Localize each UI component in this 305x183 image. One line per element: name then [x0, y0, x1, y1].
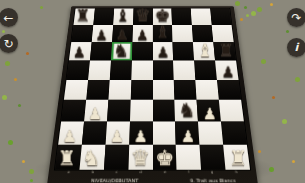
leaves-decor — [0, 0, 3, 3]
square-g4[interactable] — [196, 80, 219, 100]
square-g1[interactable] — [200, 145, 226, 170]
back-button[interactable]: ← — [0, 8, 18, 27]
square-a4[interactable] — [64, 80, 88, 100]
info-button[interactable]: i — [287, 38, 305, 57]
square-b7[interactable]: ♟ — [92, 25, 113, 42]
white-pawn-g3[interactable]: ♟ — [203, 106, 217, 121]
black-king-e8[interactable]: ♚ — [155, 8, 171, 25]
square-a2[interactable]: ♟ — [58, 122, 84, 145]
black-pawn-h5[interactable]: ♟ — [221, 65, 234, 79]
square-h4[interactable] — [217, 80, 241, 100]
file-label-h: h — [235, 170, 238, 174]
square-e2[interactable] — [153, 122, 177, 145]
square-c3[interactable] — [107, 100, 131, 122]
file-label-d: d — [139, 170, 142, 174]
black-pawn-e6[interactable]: ♟ — [157, 46, 170, 60]
square-b3[interactable]: ♟ — [84, 100, 108, 122]
black-rook-h6[interactable]: ♜ — [218, 43, 234, 60]
square-c6[interactable]: ♞ — [111, 42, 132, 60]
chess-board-frame: ♜♝♛♚♟♟♟♝♟♞♟♝♜♟♟♞♟♟♟♟♟♜♞♛♚♜ abcdefgh NIVE… — [47, 6, 258, 183]
black-pawn-b7[interactable]: ♟ — [96, 28, 108, 41]
board-front-edge: abcdefgh NIVEAU/DEBUTANT 9. Trait aux Bl… — [53, 170, 252, 183]
square-e4[interactable] — [153, 80, 175, 100]
file-label-e: e — [164, 170, 166, 174]
white-bishop-g6[interactable]: ♝ — [197, 43, 213, 60]
file-label-f: f — [188, 170, 190, 174]
square-b5[interactable] — [88, 60, 111, 79]
info-icon: i — [295, 41, 299, 54]
square-g6[interactable]: ♝ — [193, 42, 215, 60]
square-a5[interactable] — [66, 60, 89, 79]
black-queen-d8[interactable]: ♛ — [135, 8, 151, 25]
file-label-g: g — [211, 170, 214, 174]
black-pawn-c7[interactable]: ♟ — [116, 28, 128, 41]
black-bishop-c8[interactable]: ♝ — [115, 8, 130, 24]
redo-arrow-icon: ↷ — [291, 11, 301, 25]
file-label-b: b — [91, 170, 94, 174]
file-label-c: c — [116, 170, 118, 174]
square-c7[interactable]: ♟ — [112, 25, 133, 42]
white-knight-b1[interactable]: ♞ — [82, 149, 100, 169]
file-label-a: a — [67, 170, 70, 174]
white-rook-h1[interactable]: ♜ — [229, 149, 247, 169]
square-h5[interactable]: ♟ — [215, 60, 238, 79]
square-f7[interactable] — [172, 25, 193, 42]
black-knight-c6[interactable]: ♞ — [113, 43, 129, 60]
white-pawn-b3[interactable]: ♟ — [88, 106, 102, 121]
white-rook-a1[interactable]: ♜ — [58, 149, 76, 169]
square-h7[interactable] — [212, 25, 234, 42]
square-e3[interactable] — [153, 100, 176, 122]
square-d6[interactable] — [132, 42, 153, 60]
square-f8[interactable] — [172, 9, 192, 25]
square-h8[interactable] — [210, 9, 231, 25]
square-c5[interactable] — [109, 60, 131, 79]
white-pawn-a2[interactable]: ♟ — [63, 129, 77, 144]
square-h3[interactable] — [219, 100, 244, 122]
redo-button[interactable]: ↷ — [287, 8, 305, 27]
square-f5[interactable] — [173, 60, 195, 79]
square-g2[interactable] — [198, 122, 223, 145]
square-f3[interactable]: ♞ — [175, 100, 199, 122]
square-c1[interactable] — [104, 145, 129, 170]
white-king-e1[interactable]: ♚ — [155, 148, 174, 168]
square-a7[interactable] — [71, 25, 93, 42]
white-pawn-f2[interactable]: ♟ — [181, 129, 195, 144]
square-e6[interactable]: ♟ — [153, 42, 174, 60]
rotate-icon: ↻ — [3, 37, 13, 51]
square-f2[interactable]: ♟ — [175, 122, 199, 145]
square-a8[interactable]: ♜ — [73, 9, 94, 25]
square-a6[interactable]: ♟ — [69, 42, 92, 60]
square-h1[interactable]: ♜ — [223, 145, 250, 170]
square-d8[interactable]: ♛ — [133, 9, 153, 25]
move-status: 9. Trait aux Blancs — [190, 178, 236, 183]
square-g5[interactable] — [194, 60, 217, 79]
square-g7[interactable] — [192, 25, 213, 42]
square-e1[interactable]: ♚ — [153, 145, 177, 170]
square-f6[interactable] — [173, 42, 194, 60]
square-h6[interactable]: ♜ — [213, 42, 236, 60]
square-c2[interactable]: ♟ — [105, 122, 129, 145]
square-e5[interactable] — [153, 60, 175, 79]
square-f4[interactable] — [174, 80, 197, 100]
chess-app-screen: ♜♝♛♚♟♟♟♝♟♞♟♝♜♟♟♞♟♟♟♟♟♜♞♛♚♜ abcdefgh NIVE… — [0, 0, 305, 183]
square-d3[interactable] — [130, 100, 153, 122]
white-queen-d1[interactable]: ♛ — [131, 148, 150, 168]
square-h2[interactable] — [221, 122, 247, 145]
black-knight-f3[interactable]: ♞ — [178, 103, 195, 121]
black-bishop-e7[interactable]: ♝ — [155, 25, 170, 41]
square-d4[interactable] — [130, 80, 152, 100]
square-g3[interactable]: ♟ — [197, 100, 221, 122]
arrow-left-icon: ← — [3, 11, 13, 25]
file-labels: abcdefgh — [56, 170, 248, 174]
square-a1[interactable]: ♜ — [55, 145, 82, 170]
square-b6[interactable] — [90, 42, 112, 60]
square-c8[interactable]: ♝ — [113, 9, 133, 25]
square-b4[interactable] — [86, 80, 109, 100]
square-f1[interactable] — [176, 145, 201, 170]
square-d7[interactable]: ♟ — [132, 25, 152, 42]
square-d1[interactable]: ♛ — [128, 145, 152, 170]
square-b1[interactable]: ♞ — [79, 145, 105, 170]
square-d2[interactable]: ♟ — [129, 122, 153, 145]
white-pawn-d2[interactable]: ♟ — [133, 129, 147, 144]
white-pawn-c2[interactable]: ♟ — [110, 129, 124, 144]
black-pawn-d7[interactable]: ♟ — [136, 28, 148, 41]
rotate-board-button[interactable]: ↻ — [0, 34, 18, 53]
square-g8[interactable] — [191, 9, 212, 25]
square-b2[interactable] — [82, 122, 107, 145]
chess-board: ♜♝♛♚♟♟♟♝♟♞♟♝♜♟♟♞♟♟♟♟♟♜♞♛♚♜ — [55, 9, 250, 170]
square-b8[interactable] — [93, 9, 114, 25]
level-label: NIVEAU/DEBUTANT — [91, 178, 139, 183]
square-e7[interactable]: ♝ — [153, 25, 173, 42]
square-c4[interactable] — [108, 80, 131, 100]
black-rook-a8[interactable]: ♜ — [76, 8, 91, 24]
square-a3[interactable] — [61, 100, 86, 122]
square-d5[interactable] — [131, 60, 153, 79]
black-pawn-a6[interactable]: ♟ — [73, 46, 86, 60]
